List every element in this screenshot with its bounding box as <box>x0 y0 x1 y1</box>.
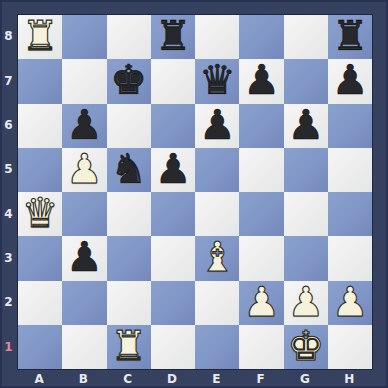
square-f8[interactable] <box>239 15 283 59</box>
square-f2[interactable]: ♟ <box>239 281 283 325</box>
square-g5[interactable] <box>284 148 328 192</box>
square-a1[interactable] <box>18 325 62 369</box>
square-c7[interactable]: ♚ <box>107 59 151 103</box>
rank-label-6: 6 <box>0 103 17 147</box>
square-g3[interactable] <box>284 236 328 280</box>
square-c2[interactable] <box>107 281 151 325</box>
square-g7[interactable] <box>284 59 328 103</box>
piece-black-pawn[interactable]: ♟ <box>199 103 236 147</box>
rank-labels-column: 87654321 <box>0 14 17 369</box>
square-b8[interactable] <box>62 15 106 59</box>
file-label-f: F <box>238 369 282 388</box>
square-e7[interactable]: ♛ <box>195 59 239 103</box>
square-b6[interactable]: ♟ <box>62 104 106 148</box>
square-c6[interactable] <box>107 104 151 148</box>
square-b3[interactable]: ♟ <box>62 236 106 280</box>
square-e6[interactable]: ♟ <box>195 104 239 148</box>
file-label-h: H <box>327 369 371 388</box>
square-c8[interactable] <box>107 15 151 59</box>
piece-black-pawn[interactable]: ♟ <box>155 147 192 191</box>
piece-white-bishop[interactable]: ♝ <box>199 235 236 279</box>
square-d3[interactable] <box>151 236 195 280</box>
piece-black-rook[interactable]: ♜ <box>332 14 369 58</box>
rank-label-7: 7 <box>0 58 17 102</box>
square-d6[interactable] <box>151 104 195 148</box>
square-e4[interactable] <box>195 192 239 236</box>
square-g1[interactable]: ♚ <box>284 325 328 369</box>
square-c4[interactable] <box>107 192 151 236</box>
piece-white-queen[interactable]: ♛ <box>22 191 59 235</box>
piece-white-king[interactable]: ♚ <box>288 324 325 368</box>
piece-black-queen[interactable]: ♛ <box>199 58 236 102</box>
square-a5[interactable] <box>18 148 62 192</box>
square-h7[interactable]: ♟ <box>328 59 372 103</box>
piece-white-rook[interactable]: ♜ <box>110 324 147 368</box>
square-b5[interactable]: ♟ <box>62 148 106 192</box>
square-b2[interactable] <box>62 281 106 325</box>
square-b4[interactable] <box>62 192 106 236</box>
square-d1[interactable] <box>151 325 195 369</box>
file-label-a: A <box>17 369 61 388</box>
square-g4[interactable] <box>284 192 328 236</box>
square-g8[interactable] <box>284 15 328 59</box>
piece-white-pawn[interactable]: ♟ <box>66 147 103 191</box>
square-h2[interactable]: ♟ <box>328 281 372 325</box>
square-h4[interactable] <box>328 192 372 236</box>
square-d7[interactable] <box>151 59 195 103</box>
rank-label-4: 4 <box>0 192 17 236</box>
square-d5[interactable]: ♟ <box>151 148 195 192</box>
piece-black-king[interactable]: ♚ <box>110 58 147 102</box>
square-g6[interactable]: ♟ <box>284 104 328 148</box>
square-c5[interactable]: ♞ <box>107 148 151 192</box>
square-d8[interactable]: ♜ <box>151 15 195 59</box>
piece-black-knight[interactable]: ♞ <box>110 147 147 191</box>
square-d4[interactable] <box>151 192 195 236</box>
rank-label-8: 8 <box>0 14 17 58</box>
square-b7[interactable] <box>62 59 106 103</box>
square-e3[interactable]: ♝ <box>195 236 239 280</box>
square-f6[interactable] <box>239 104 283 148</box>
square-f4[interactable] <box>239 192 283 236</box>
file-label-c: C <box>106 369 150 388</box>
file-label-d: D <box>150 369 194 388</box>
square-c1[interactable]: ♜ <box>107 325 151 369</box>
square-h5[interactable] <box>328 148 372 192</box>
piece-black-pawn[interactable]: ♟ <box>332 58 369 102</box>
square-h1[interactable] <box>328 325 372 369</box>
rank-label-2: 2 <box>0 280 17 324</box>
square-a2[interactable] <box>18 281 62 325</box>
piece-white-pawn[interactable]: ♟ <box>243 280 280 324</box>
square-f5[interactable] <box>239 148 283 192</box>
rank-label-1: 1 <box>0 325 17 369</box>
square-d2[interactable] <box>151 281 195 325</box>
piece-black-pawn[interactable]: ♟ <box>243 58 280 102</box>
square-e8[interactable] <box>195 15 239 59</box>
square-a7[interactable] <box>18 59 62 103</box>
piece-black-pawn[interactable]: ♟ <box>66 103 103 147</box>
square-a4[interactable]: ♛ <box>18 192 62 236</box>
file-label-b: B <box>61 369 105 388</box>
piece-white-pawn[interactable]: ♟ <box>332 280 369 324</box>
square-e5[interactable] <box>195 148 239 192</box>
square-b1[interactable] <box>62 325 106 369</box>
square-c3[interactable] <box>107 236 151 280</box>
piece-black-pawn[interactable]: ♟ <box>288 103 325 147</box>
rank-label-3: 3 <box>0 236 17 280</box>
rank-label-5: 5 <box>0 147 17 191</box>
piece-white-pawn[interactable]: ♟ <box>288 280 325 324</box>
square-a6[interactable] <box>18 104 62 148</box>
square-a8[interactable]: ♜ <box>18 15 62 59</box>
file-labels-row: ABCDEFGH <box>17 369 373 388</box>
file-label-e: E <box>194 369 238 388</box>
piece-black-rook[interactable]: ♜ <box>155 14 192 58</box>
square-h8[interactable]: ♜ <box>328 15 372 59</box>
square-h6[interactable] <box>328 104 372 148</box>
square-f7[interactable]: ♟ <box>239 59 283 103</box>
square-f3[interactable] <box>239 236 283 280</box>
piece-white-rook[interactable]: ♜ <box>22 14 59 58</box>
chess-board: ♜♜♜♚♛♟♟♟♟♟♟♞♟♛♟♝♟♟♟♜♚ <box>17 14 373 370</box>
file-label-g: G <box>283 369 327 388</box>
square-e1[interactable] <box>195 325 239 369</box>
piece-black-pawn[interactable]: ♟ <box>66 235 103 279</box>
square-a3[interactable] <box>18 236 62 280</box>
square-g2[interactable]: ♟ <box>284 281 328 325</box>
chess-app-window: 87654321 ♜♜♜♚♛♟♟♟♟♟♟♞♟♛♟♝♟♟♟♜♚ ABCDEFGH <box>0 0 388 388</box>
square-h3[interactable] <box>328 236 372 280</box>
square-e2[interactable] <box>195 281 239 325</box>
square-f1[interactable] <box>239 325 283 369</box>
